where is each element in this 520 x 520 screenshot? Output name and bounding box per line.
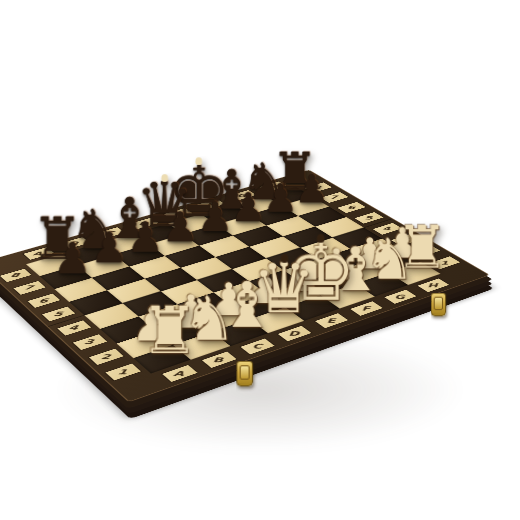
white-king-finial xyxy=(317,234,324,242)
white-queen-finial xyxy=(281,254,289,263)
rank-label-7-left-tile: 7 xyxy=(12,280,47,295)
piece-black-pawn-f7[interactable]: ♟ xyxy=(230,188,266,228)
piece-black-pawn-g7[interactable]: ♟ xyxy=(263,179,298,218)
chess-set-scene: ABCDEFGH8♜♞♝♛♚♝♞♜87♟♟♟♟♟♟♟♟7665544332♟♟♟… xyxy=(0,0,520,520)
black-queen-finial xyxy=(161,174,168,182)
piece-black-pawn-e7[interactable]: ♟ xyxy=(196,197,232,237)
piece-white-rook-a1[interactable]: ♜ xyxy=(140,298,198,363)
black-king-finial xyxy=(195,157,202,165)
piece-black-pawn-d7[interactable]: ♟ xyxy=(162,207,199,248)
rank-label-6-left-tile: 6 xyxy=(26,293,61,309)
piece-black-pawn-b7[interactable]: ♟ xyxy=(90,227,128,269)
piece-black-pawn-h7[interactable]: ♟ xyxy=(294,170,329,209)
photo-background: { "game": "chess", "scene_description": … xyxy=(0,0,520,520)
piece-black-pawn-a7[interactable]: ♟ xyxy=(53,238,91,281)
file-label-h-near-tile: H xyxy=(416,278,450,293)
piece-black-pawn-c7[interactable]: ♟ xyxy=(126,217,163,259)
